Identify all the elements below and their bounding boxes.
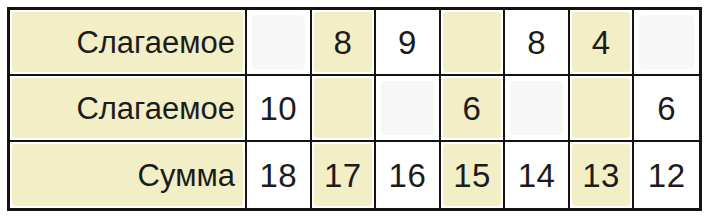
- cell-value: 9: [398, 26, 417, 59]
- cell-value: 4: [592, 26, 611, 59]
- cell-r0c2: 9: [376, 10, 441, 76]
- cell-r0c6[interactable]: [634, 10, 699, 76]
- row-label-1: Слагаемое: [10, 76, 247, 142]
- cell-r0c4: 8: [505, 10, 570, 76]
- cell-r0c3[interactable]: [441, 10, 506, 76]
- row-label-text: Слагаемое: [76, 93, 235, 124]
- cell-r1c6: 6: [634, 76, 699, 142]
- cell-r1c1[interactable]: [312, 76, 377, 142]
- cell-value: 8: [527, 26, 546, 59]
- empty-cell-shade: [510, 81, 563, 135]
- cell-value: 8: [333, 26, 352, 59]
- cell-r0c1: 8: [312, 10, 377, 76]
- cell-value: 16: [389, 159, 427, 192]
- cell-value: 17: [324, 159, 362, 192]
- cell-r0c0[interactable]: [247, 10, 312, 76]
- cell-r2c5: 13: [570, 142, 635, 208]
- empty-cell-shade: [252, 15, 305, 69]
- cell-r0c5: 4: [570, 10, 635, 76]
- cell-highlight-fill: [314, 78, 373, 138]
- cell-value: 6: [463, 92, 482, 125]
- row-label-text: Слагаемое: [76, 27, 235, 58]
- cell-r1c5[interactable]: [570, 76, 635, 142]
- cell-value: 13: [582, 159, 620, 192]
- cell-r1c0: 10: [247, 76, 312, 142]
- cell-r2c0: 18: [247, 142, 312, 208]
- empty-cell-shade: [381, 81, 434, 135]
- cell-value: 18: [259, 159, 297, 192]
- cell-value: 12: [648, 159, 686, 192]
- cell-highlight-fill: [443, 12, 502, 72]
- cell-r1c3: 6: [441, 76, 506, 142]
- cell-value: 14: [518, 159, 556, 192]
- row-label-0: Слагаемое: [10, 10, 247, 76]
- cell-highlight-fill: [572, 78, 631, 138]
- cell-value: 15: [453, 159, 491, 192]
- cell-r1c2[interactable]: [376, 76, 441, 142]
- cell-value: 10: [259, 92, 297, 125]
- addition-table: Слагаемое8984Слагаемое1066Сумма181716151…: [7, 7, 702, 211]
- cell-r2c1: 17: [312, 142, 377, 208]
- cell-r2c4: 14: [505, 142, 570, 208]
- cell-r2c6: 12: [634, 142, 699, 208]
- empty-cell-shade: [639, 15, 694, 69]
- cell-value: 6: [657, 92, 676, 125]
- row-label-text: Сумма: [138, 160, 235, 191]
- cell-r2c3: 15: [441, 142, 506, 208]
- cell-r1c4[interactable]: [505, 76, 570, 142]
- row-label-2: Сумма: [10, 142, 247, 208]
- cell-r2c2: 16: [376, 142, 441, 208]
